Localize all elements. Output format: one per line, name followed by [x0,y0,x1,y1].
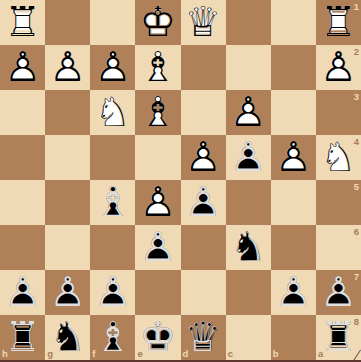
black-pawn[interactable]: ♟♙ [45,270,90,315]
file-label-c: c [228,349,233,359]
black-pawn[interactable]: ♟♙ [181,180,226,225]
square-c2[interactable] [226,45,271,90]
square-f6[interactable] [90,225,135,270]
square-d8[interactable]: ♛♕d [181,315,226,360]
square-b8[interactable]: b [271,315,316,360]
square-a2[interactable]: ♟♙2 [316,45,361,90]
square-f5[interactable]: ♝♗ [90,180,135,225]
square-a5[interactable]: 5 [316,180,361,225]
rank-label-6: 6 [354,227,359,237]
square-b4[interactable]: ♟♙ [271,135,316,180]
square-g4[interactable] [45,135,90,180]
square-e8[interactable]: ♚♔e [135,315,180,360]
white-pawn[interactable]: ♟♙ [0,45,45,90]
square-f7[interactable]: ♟♙ [90,270,135,315]
square-b5[interactable] [271,180,316,225]
black-pawn[interactable]: ♟♙ [135,225,180,270]
white-queen[interactable]: ♛♕ [181,0,226,45]
square-c3[interactable]: ♟♙ [226,90,271,135]
square-a7[interactable]: ♟♙7 [316,270,361,315]
black-bishop[interactable]: ♝♗ [90,180,135,225]
square-e2[interactable]: ♝♗ [135,45,180,90]
square-b7[interactable]: ♟♙ [271,270,316,315]
chess-board-widget: ♜♖♚♔♛♕♜♖1♟♙♟♙♟♙♝♗♟♙2♞♘♝♗♟♙3♟♙♟♙♟♙♞♘4♝♗♟♙… [0,0,361,362]
square-d6[interactable] [181,225,226,270]
chess-board: ♜♖♚♔♛♕♜♖1♟♙♟♙♟♙♝♗♟♙2♞♘♝♗♟♙3♟♙♟♙♟♙♞♘4♝♗♟♙… [0,0,361,360]
white-bishop[interactable]: ♝♗ [135,90,180,135]
square-b3[interactable] [271,90,316,135]
square-a4[interactable]: ♞♘4 [316,135,361,180]
black-knight[interactable]: ♞♘ [226,225,271,270]
black-rook[interactable]: ♜♖ [0,315,45,360]
square-h8[interactable]: ♜♖h [0,315,45,360]
white-pawn[interactable]: ♟♙ [271,135,316,180]
black-queen[interactable]: ♛♕ [181,315,226,360]
black-pawn[interactable]: ♟♙ [271,270,316,315]
rank-label-5: 5 [354,182,359,192]
square-e5[interactable]: ♟♙ [135,180,180,225]
square-b6[interactable] [271,225,316,270]
black-bishop[interactable]: ♝♗ [90,315,135,360]
white-rook[interactable]: ♜♖ [316,0,361,45]
square-e7[interactable] [135,270,180,315]
white-pawn[interactable]: ♟♙ [90,45,135,90]
black-pawn[interactable]: ♟♙ [0,270,45,315]
square-f2[interactable]: ♟♙ [90,45,135,90]
square-h1[interactable]: ♜♖ [0,0,45,45]
square-a1[interactable]: ♜♖1 [316,0,361,45]
black-pawn[interactable]: ♟♙ [226,135,271,180]
square-h6[interactable] [0,225,45,270]
rank-label-3: 3 [354,92,359,102]
square-d3[interactable] [181,90,226,135]
white-pawn[interactable]: ♟♙ [181,135,226,180]
square-g5[interactable] [45,180,90,225]
square-b2[interactable] [271,45,316,90]
white-pawn[interactable]: ♟♙ [135,180,180,225]
square-f4[interactable] [90,135,135,180]
file-label-b: b [273,349,279,359]
square-b1[interactable] [271,0,316,45]
white-knight[interactable]: ♞♘ [316,135,361,180]
square-a6[interactable]: 6 [316,225,361,270]
square-g8[interactable]: ♞♘g [45,315,90,360]
square-f3[interactable]: ♞♘ [90,90,135,135]
square-c6[interactable]: ♞♘ [226,225,271,270]
square-g3[interactable] [45,90,90,135]
black-king[interactable]: ♚♔ [135,315,180,360]
black-pawn[interactable]: ♟♙ [316,270,361,315]
square-h7[interactable]: ♟♙ [0,270,45,315]
square-d5[interactable]: ♟♙ [181,180,226,225]
square-e4[interactable] [135,135,180,180]
white-knight[interactable]: ♞♘ [90,90,135,135]
square-h5[interactable] [0,180,45,225]
square-d2[interactable] [181,45,226,90]
square-h2[interactable]: ♟♙ [0,45,45,90]
black-knight[interactable]: ♞♘ [45,315,90,360]
square-h3[interactable] [0,90,45,135]
square-e3[interactable]: ♝♗ [135,90,180,135]
white-pawn[interactable]: ♟♙ [226,90,271,135]
black-pawn[interactable]: ♟♙ [90,270,135,315]
square-c4[interactable]: ♟♙ [226,135,271,180]
square-a3[interactable]: 3 [316,90,361,135]
white-pawn[interactable]: ♟♙ [316,45,361,90]
square-c7[interactable] [226,270,271,315]
square-c5[interactable] [226,180,271,225]
square-h4[interactable] [0,135,45,180]
square-g2[interactable]: ♟♙ [45,45,90,90]
square-d4[interactable]: ♟♙ [181,135,226,180]
square-e6[interactable]: ♟♙ [135,225,180,270]
square-g6[interactable] [45,225,90,270]
square-c8[interactable]: c [226,315,271,360]
square-c1[interactable] [226,0,271,45]
white-king[interactable]: ♚♔ [135,0,180,45]
white-bishop[interactable]: ♝♗ [135,45,180,90]
square-f1[interactable] [90,0,135,45]
white-pawn[interactable]: ♟♙ [45,45,90,90]
square-g7[interactable]: ♟♙ [45,270,90,315]
square-d1[interactable]: ♛♕ [181,0,226,45]
square-f8[interactable]: ♝♗f [90,315,135,360]
square-e1[interactable]: ♚♔ [135,0,180,45]
square-d7[interactable] [181,270,226,315]
white-rook[interactable]: ♜♖ [0,0,45,45]
square-g1[interactable] [45,0,90,45]
